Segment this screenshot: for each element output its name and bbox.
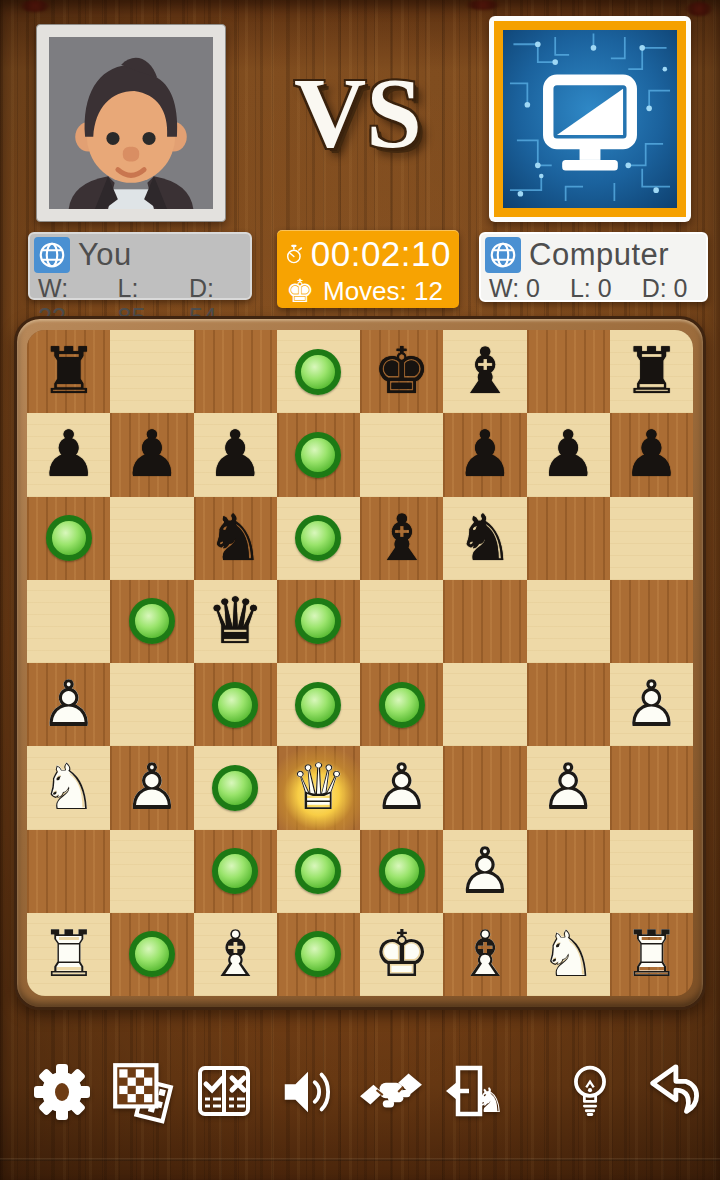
square-e5[interactable]	[360, 580, 443, 663]
square-h6[interactable]	[610, 497, 693, 580]
chessboard-icon	[109, 1059, 175, 1125]
square-f7[interactable]: ♟	[443, 413, 526, 496]
player-info-you: You W: 22 L: 85 D: 54	[28, 232, 252, 300]
square-b4[interactable]	[110, 663, 193, 746]
square-g8[interactable]	[527, 330, 610, 413]
square-c1[interactable]: ♝♗	[194, 913, 277, 996]
white-pawn-e3[interactable]: ♟♙	[360, 746, 443, 829]
square-h1[interactable]: ♜♖	[610, 913, 693, 996]
avatar-photo	[503, 30, 677, 208]
white-knight-a3[interactable]: ♞♘	[27, 746, 110, 829]
black-rook-h8[interactable]: ♜	[610, 330, 693, 413]
black-king-e8[interactable]: ♚	[360, 330, 443, 413]
square-h5[interactable]	[610, 580, 693, 663]
move-hint-dot[interactable]	[129, 931, 175, 977]
square-a5[interactable]	[27, 580, 110, 663]
square-c7[interactable]: ♟	[194, 413, 277, 496]
losses: L: 0	[570, 274, 612, 303]
offer-draw-button[interactable]	[357, 1050, 425, 1134]
black-bishop-f8[interactable]: ♝	[443, 330, 526, 413]
square-h2[interactable]	[610, 830, 693, 913]
square-b5[interactable]	[110, 580, 193, 663]
square-d7[interactable]	[277, 413, 360, 496]
settings-button[interactable]	[28, 1050, 96, 1134]
square-e3[interactable]: ♟♙	[360, 746, 443, 829]
square-e4[interactable]	[360, 663, 443, 746]
chess-board[interactable]: ♜♚♝♜♟♟♟♟♟♟♞♝♞♛♟♙♟♙♞♘♟♙♛♕♟♙♟♙♟♙♜♖♝♗♚♔♝♗♞♘…	[27, 330, 693, 996]
exit-door-knight-icon: ♞	[443, 1060, 507, 1124]
move-hint-dot[interactable]	[129, 598, 175, 644]
white-bishop-c1[interactable]: ♝♗	[194, 913, 277, 996]
game-timer: 00:02:10 ♚ Moves: 12	[277, 230, 459, 308]
white-king-e1[interactable]: ♚♔	[360, 913, 443, 996]
move-hint-dot[interactable]	[295, 931, 341, 977]
square-f8[interactable]: ♝	[443, 330, 526, 413]
handshake-icon	[358, 1059, 424, 1125]
square-g2[interactable]	[527, 830, 610, 913]
square-d2[interactable]	[277, 830, 360, 913]
square-h7[interactable]: ♟	[610, 413, 693, 496]
white-rook-a1[interactable]: ♜♖	[27, 913, 110, 996]
clock-time: 00:02:10	[311, 234, 451, 274]
square-d8[interactable]	[277, 330, 360, 413]
square-a6[interactable]	[27, 497, 110, 580]
white-knight-g1[interactable]: ♞♘	[527, 913, 610, 996]
square-f6[interactable]: ♞	[443, 497, 526, 580]
square-e2[interactable]	[360, 830, 443, 913]
move-hint-dot[interactable]	[295, 848, 341, 894]
square-a3[interactable]: ♞♘	[27, 746, 110, 829]
globe-icon	[34, 237, 70, 273]
avatar-photo	[49, 37, 213, 209]
square-b2[interactable]	[110, 830, 193, 913]
move-hint-dot[interactable]	[295, 349, 341, 395]
white-queen-d3[interactable]: ♛♕	[277, 746, 360, 829]
square-a7[interactable]: ♟	[27, 413, 110, 496]
move-hint-dot[interactable]	[379, 848, 425, 894]
square-c4[interactable]	[194, 663, 277, 746]
square-c3[interactable]	[194, 746, 277, 829]
square-a2[interactable]	[27, 830, 110, 913]
move-hint-dot[interactable]	[212, 765, 258, 811]
player-avatar-computer	[489, 16, 691, 222]
square-e8[interactable]: ♚	[360, 330, 443, 413]
player-avatar-you	[36, 24, 226, 222]
board-theme-button[interactable]	[108, 1050, 176, 1134]
draws: D: 0	[642, 274, 688, 303]
square-f3[interactable]	[443, 746, 526, 829]
wins: W: 0	[489, 274, 540, 303]
square-g4[interactable]	[527, 663, 610, 746]
black-pawn-a7[interactable]: ♟	[27, 413, 110, 496]
player-record: W: 0 L: 0 D: 0	[481, 273, 706, 303]
lightbulb-icon	[560, 1060, 620, 1124]
boy-avatar-illustration	[49, 37, 213, 209]
rules-book-icon	[192, 1060, 256, 1124]
black-pawn-c7[interactable]: ♟	[194, 413, 277, 496]
square-h4[interactable]: ♟♙	[610, 663, 693, 746]
gear-icon	[30, 1060, 94, 1124]
rules-button[interactable]	[190, 1050, 258, 1134]
computer-circuit-illustration	[503, 30, 677, 208]
square-c8[interactable]	[194, 330, 277, 413]
black-pawn-g7[interactable]: ♟	[527, 413, 610, 496]
avatar-frame	[494, 21, 686, 217]
square-b3[interactable]: ♟♙	[110, 746, 193, 829]
square-c6[interactable]: ♞	[194, 497, 277, 580]
square-d5[interactable]	[277, 580, 360, 663]
square-d4[interactable]	[277, 663, 360, 746]
white-pawn-f2[interactable]: ♟♙	[443, 830, 526, 913]
wood-knot	[686, 2, 712, 16]
square-h3[interactable]	[610, 746, 693, 829]
black-pawn-f7[interactable]: ♟	[443, 413, 526, 496]
move-counter: Moves: 12	[323, 276, 443, 307]
vs-label: VS	[258, 58, 458, 168]
black-knight-f6[interactable]: ♞	[443, 497, 526, 580]
square-d3[interactable]: ♛♕	[277, 746, 360, 829]
white-king-icon: ♚	[285, 274, 315, 308]
wood-seam	[0, 1158, 720, 1161]
move-hint-dot[interactable]	[295, 432, 341, 478]
square-b8[interactable]	[110, 330, 193, 413]
wood-knot	[20, 0, 50, 12]
square-c2[interactable]	[194, 830, 277, 913]
hint-button[interactable]	[556, 1050, 624, 1134]
player-name: Computer	[529, 237, 669, 273]
square-g5[interactable]	[527, 580, 610, 663]
move-hint-dot[interactable]	[295, 682, 341, 728]
player-name: You	[78, 237, 132, 273]
square-d1[interactable]	[277, 913, 360, 996]
square-e1[interactable]: ♚♔	[360, 913, 443, 996]
black-pawn-b7[interactable]: ♟	[110, 413, 193, 496]
undo-button[interactable]	[638, 1050, 706, 1134]
move-hint-dot[interactable]	[295, 598, 341, 644]
black-bishop-e6[interactable]: ♝	[360, 497, 443, 580]
square-b6[interactable]	[110, 497, 193, 580]
square-e7[interactable]	[360, 413, 443, 496]
resign-button[interactable]: ♞	[441, 1050, 509, 1134]
player-info-computer: Computer W: 0 L: 0 D: 0	[479, 232, 708, 302]
square-f1[interactable]: ♝♗	[443, 913, 526, 996]
chess-app: VS	[0, 0, 720, 1180]
move-hint-dot[interactable]	[212, 848, 258, 894]
white-pawn-b3[interactable]: ♟♙	[110, 746, 193, 829]
white-bishop-f1[interactable]: ♝♗	[443, 913, 526, 996]
svg-text:♞: ♞	[475, 1080, 505, 1120]
undo-arrow-icon	[641, 1061, 703, 1123]
white-rook-h1[interactable]: ♜♖	[610, 913, 693, 996]
square-a8[interactable]: ♜	[27, 330, 110, 413]
square-b7[interactable]: ♟	[110, 413, 193, 496]
wood-knot	[466, 0, 500, 10]
square-f4[interactable]	[443, 663, 526, 746]
black-rook-a8[interactable]: ♜	[27, 330, 110, 413]
black-knight-c6[interactable]: ♞	[194, 497, 277, 580]
square-b1[interactable]	[110, 913, 193, 996]
square-h8[interactable]: ♜	[610, 330, 693, 413]
black-pawn-h7[interactable]: ♟	[610, 413, 693, 496]
square-g6[interactable]	[527, 497, 610, 580]
square-g7[interactable]: ♟	[527, 413, 610, 496]
black-queen-c5[interactable]: ♛	[194, 580, 277, 663]
square-g3[interactable]: ♟♙	[527, 746, 610, 829]
white-pawn-a4[interactable]: ♟♙	[27, 663, 110, 746]
move-hint-dot[interactable]	[212, 682, 258, 728]
square-a1[interactable]: ♜♖	[27, 913, 110, 996]
globe-icon	[485, 237, 521, 273]
sound-button[interactable]	[274, 1050, 342, 1134]
move-hint-dot[interactable]	[295, 515, 341, 561]
stopwatch-icon	[285, 236, 303, 272]
toolbar: ♞	[0, 1050, 720, 1140]
square-c5[interactable]: ♛	[194, 580, 277, 663]
square-f2[interactable]: ♟♙	[443, 830, 526, 913]
square-g1[interactable]: ♞♘	[527, 913, 610, 996]
square-f5[interactable]	[443, 580, 526, 663]
speaker-icon	[277, 1061, 339, 1123]
square-d6[interactable]	[277, 497, 360, 580]
square-e6[interactable]: ♝	[360, 497, 443, 580]
white-pawn-h4[interactable]: ♟♙	[610, 663, 693, 746]
move-hint-dot[interactable]	[379, 682, 425, 728]
square-a4[interactable]: ♟♙	[27, 663, 110, 746]
move-hint-dot[interactable]	[46, 515, 92, 561]
white-pawn-g3[interactable]: ♟♙	[527, 746, 610, 829]
